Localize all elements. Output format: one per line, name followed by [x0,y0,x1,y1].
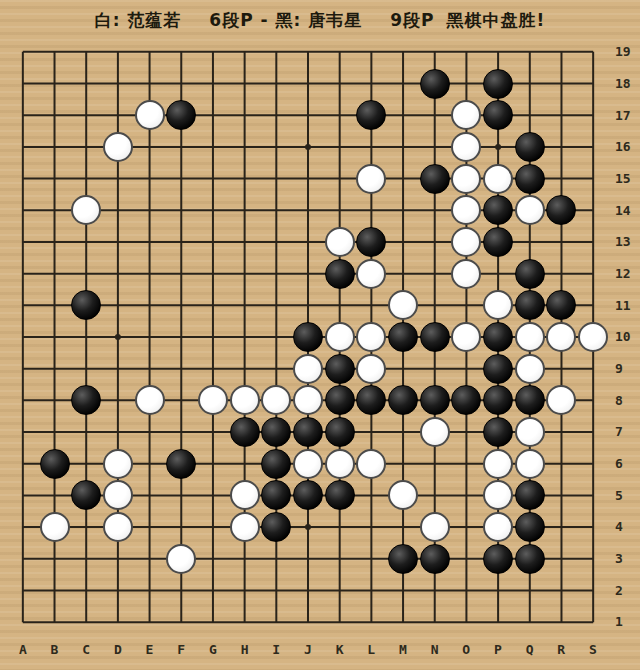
stone-white [451,227,481,257]
stone-black [293,480,323,510]
row-label: 1 [610,606,640,638]
stone-white [198,385,228,415]
game-result: 黑棋中盘胜! [447,9,546,32]
row-label: 10 [610,321,640,353]
stone-black [420,69,450,99]
col-label: J [292,642,324,662]
stone-white [325,227,355,257]
stone-black [483,354,513,384]
stone-black [388,544,418,574]
col-label: H [229,642,261,662]
stone-black [261,417,291,447]
star-point [305,144,311,150]
stone-black [40,449,70,479]
stone-white [515,354,545,384]
stone-white [325,322,355,352]
stone-white [293,449,323,479]
stone-white [135,385,165,415]
stone-white [103,512,133,542]
row-label: 14 [610,194,640,226]
stone-white [515,417,545,447]
col-label: P [482,642,514,662]
stone-white [515,195,545,225]
stone-black [325,385,355,415]
stone-black [483,417,513,447]
stone-white [515,322,545,352]
col-label: G [197,642,229,662]
row-label: 3 [610,543,640,575]
stone-white [451,259,481,289]
white-player-rank: 6段P [209,9,253,32]
col-label: O [450,642,482,662]
stone-white [388,290,418,320]
col-label: E [134,642,166,662]
stone-black [420,322,450,352]
stone-black [515,132,545,162]
stone-white [166,544,196,574]
stone-black [388,322,418,352]
stone-black [483,544,513,574]
stone-white [103,449,133,479]
row-label: 4 [610,511,640,543]
column-labels: ABCDEFGHIJKLMNOPQRS [7,642,609,662]
stone-black [483,69,513,99]
stone-black [515,259,545,289]
col-label: D [102,642,134,662]
stone-black [420,164,450,194]
row-label: 17 [610,99,640,131]
stone-black [325,354,355,384]
row-label: 5 [610,479,640,511]
col-label: S [577,642,609,662]
row-label: 15 [610,163,640,195]
stone-black [356,227,386,257]
col-label: I [260,642,292,662]
stone-white [40,512,70,542]
stone-white [483,449,513,479]
stone-black [483,195,513,225]
stone-white [483,512,513,542]
row-labels: 19181716151413121110987654321 [610,36,640,638]
stone-white [230,385,260,415]
row-label: 16 [610,131,640,163]
stone-black [325,417,355,447]
stone-white [483,480,513,510]
stone-white [135,100,165,130]
row-label: 7 [610,416,640,448]
stone-black [483,227,513,257]
col-label: R [545,642,577,662]
stone-white [483,164,513,194]
stone-white [420,417,450,447]
stone-black [515,385,545,415]
stone-black [293,322,323,352]
stone-black [515,544,545,574]
stone-white [483,290,513,320]
row-label: 18 [610,68,640,100]
stone-white [356,449,386,479]
col-label: N [419,642,451,662]
stone-white [451,132,481,162]
col-label: C [70,642,102,662]
stone-white [515,449,545,479]
row-label: 6 [610,448,640,480]
stone-white [578,322,608,352]
col-label: F [165,642,197,662]
stone-white [293,354,323,384]
row-label: 2 [610,574,640,606]
col-label: L [355,642,387,662]
stone-black [515,512,545,542]
stone-white [356,354,386,384]
stone-white [230,480,260,510]
row-label: 19 [610,36,640,68]
stone-white [546,322,576,352]
stone-white [451,322,481,352]
stone-black [515,290,545,320]
go-board [7,36,609,638]
stone-white [356,259,386,289]
stone-black [325,259,355,289]
stone-black [261,449,291,479]
col-label: A [7,642,39,662]
stone-white [356,322,386,352]
stone-black [515,480,545,510]
stone-black [388,385,418,415]
stone-black [230,417,260,447]
stone-white [293,385,323,415]
col-label: B [39,642,71,662]
row-label: 9 [610,353,640,385]
star-point [495,144,501,150]
col-label: K [324,642,356,662]
col-label: M [387,642,419,662]
stone-black [515,164,545,194]
stone-white [451,164,481,194]
stone-white [388,480,418,510]
stone-black [483,322,513,352]
stone-white [420,512,450,542]
row-label: 13 [610,226,640,258]
stone-black [483,100,513,130]
stone-black [166,449,196,479]
stone-white [230,512,260,542]
stone-white [103,132,133,162]
star-point [305,524,311,530]
stone-black [420,544,450,574]
stone-white [356,164,386,194]
stone-black [420,385,450,415]
col-label: Q [514,642,546,662]
white-player-label: 白: 范蕴若 [95,9,182,32]
black-player-label: 黑: 唐韦星 [276,9,363,32]
stone-white [325,449,355,479]
stone-black [261,512,291,542]
players-separator: - [254,10,276,30]
stone-black [483,385,513,415]
stone-black [293,417,323,447]
stone-white [103,480,133,510]
stone-black [325,480,355,510]
game-info-header: 白: 范蕴若6段P - 黑: 唐韦星9段P黑棋中盘胜! [0,8,640,32]
row-label: 12 [610,258,640,290]
row-label: 8 [610,384,640,416]
star-point [115,334,121,340]
row-label: 11 [610,289,640,321]
black-player-rank: 9段P [390,9,434,32]
